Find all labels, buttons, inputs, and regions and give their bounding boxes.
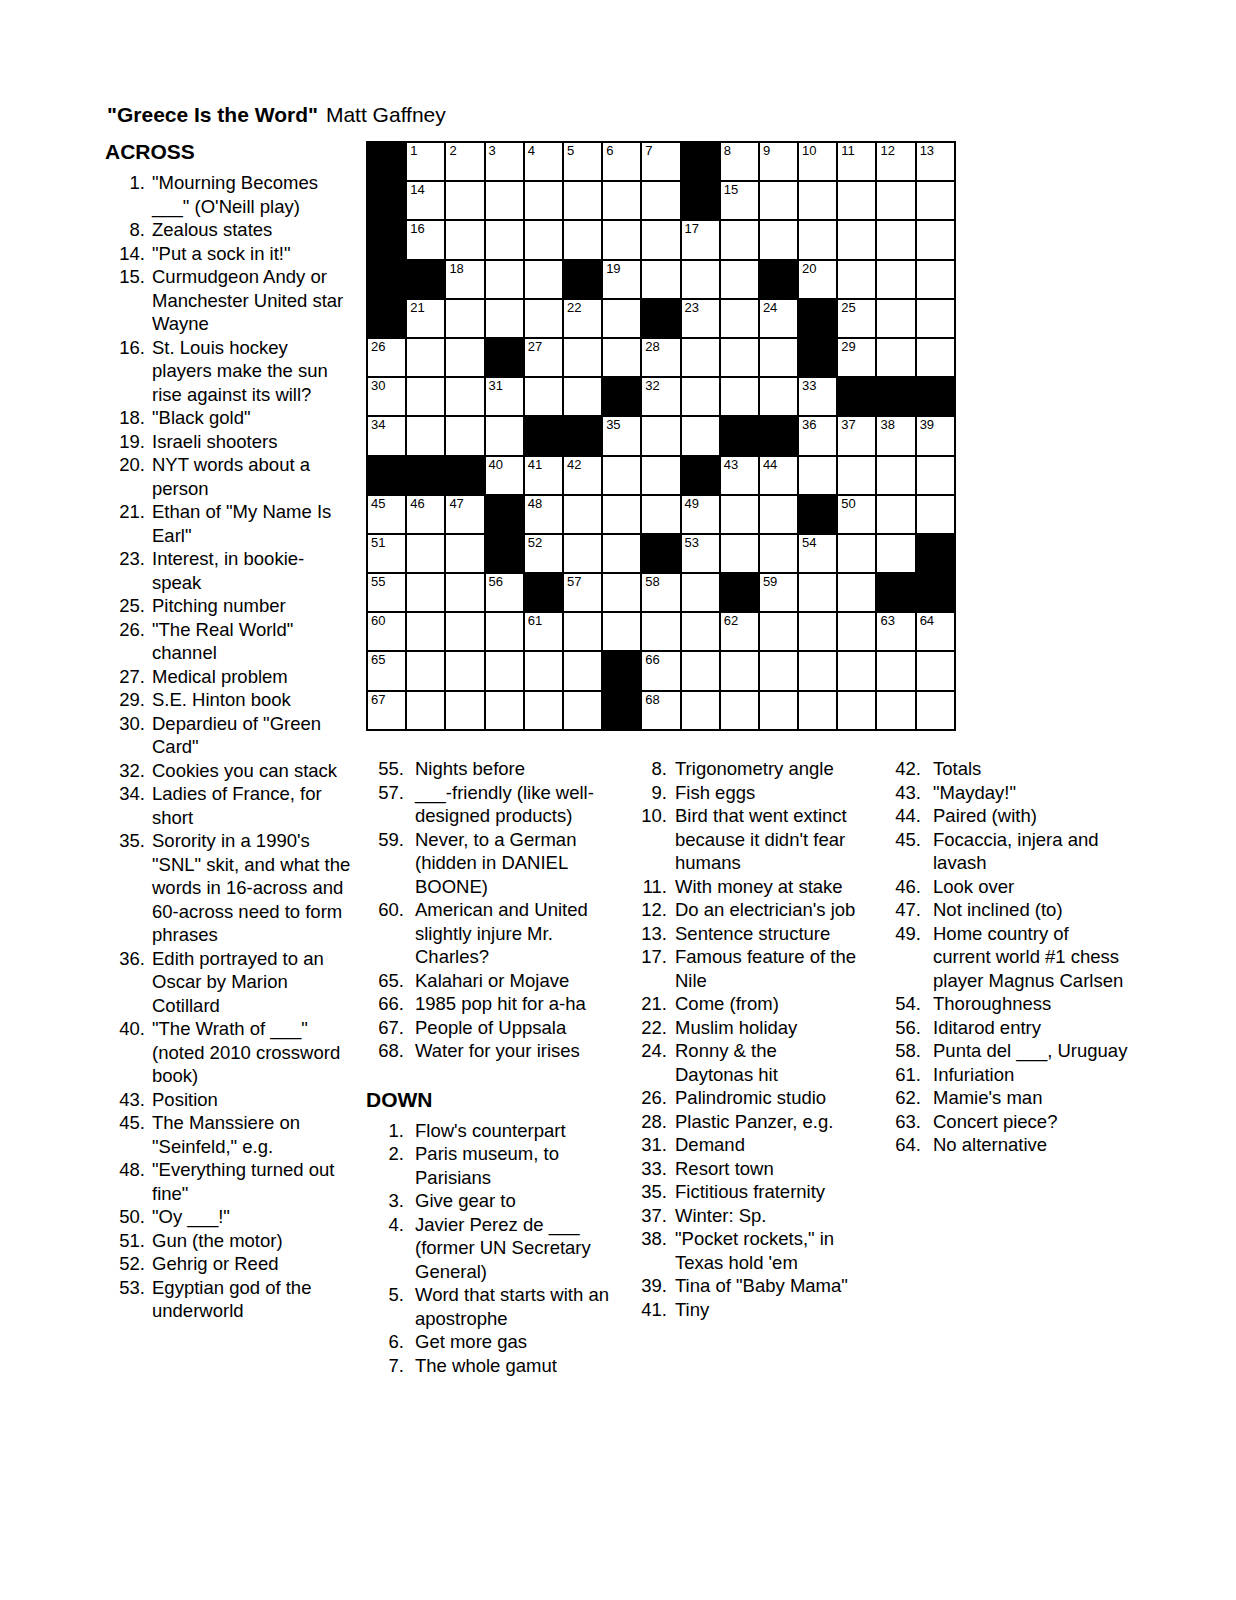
grid-cell[interactable]: [721, 535, 758, 572]
grid-cell[interactable]: [877, 261, 914, 298]
grid-cell[interactable]: [721, 261, 758, 298]
grid-cell[interactable]: 42: [564, 457, 601, 494]
grid-cell[interactable]: [917, 261, 954, 298]
grid-cell[interactable]: [603, 300, 640, 337]
clue-number: 13.: [620, 922, 675, 946]
grid-cell[interactable]: 52: [525, 535, 562, 572]
grid-cell[interactable]: [564, 613, 601, 650]
grid-cell[interactable]: [525, 652, 562, 689]
grid-cell[interactable]: [486, 261, 523, 298]
puzzle-title: "Greece Is the Word": [107, 103, 318, 126]
grid-cell[interactable]: [564, 378, 601, 415]
grid-cell[interactable]: 5: [564, 143, 601, 180]
grid-cell[interactable]: [407, 613, 444, 650]
grid-cell[interactable]: [486, 692, 523, 729]
grid-cell[interactable]: [642, 496, 679, 533]
clue-number: 17.: [620, 945, 675, 992]
grid-cell[interactable]: [917, 652, 954, 689]
grid-cell[interactable]: [525, 692, 562, 729]
cell-number: 28: [645, 340, 659, 354]
grid-cell[interactable]: [721, 496, 758, 533]
grid-cell[interactable]: 34: [368, 417, 405, 454]
grid-cell[interactable]: 13: [917, 143, 954, 180]
clue-text: Gehrig or Reed: [152, 1252, 352, 1276]
grid-cell[interactable]: [603, 339, 640, 376]
black-cell: [917, 574, 954, 611]
grid-cell[interactable]: [877, 182, 914, 219]
grid-cell[interactable]: 22: [564, 300, 601, 337]
grid-cell[interactable]: [407, 417, 444, 454]
grid-cell[interactable]: [407, 378, 444, 415]
grid-cell[interactable]: [446, 692, 483, 729]
cell-number: 54: [802, 536, 816, 550]
grid-cell[interactable]: [525, 182, 562, 219]
grid-cell[interactable]: [838, 535, 875, 572]
grid-cell[interactable]: [446, 378, 483, 415]
clue-item: 35.Sorority in a 1990's "SNL" skit, and …: [105, 829, 352, 947]
grid-cell[interactable]: 39: [917, 417, 954, 454]
clue-item: 44.Paired (with): [876, 804, 1128, 828]
cell-number: 59: [763, 575, 777, 589]
black-cell: [799, 339, 836, 376]
cell-number: 27: [528, 340, 542, 354]
grid-cell[interactable]: [760, 339, 797, 376]
grid-cell[interactable]: [407, 652, 444, 689]
grid-cell[interactable]: [799, 692, 836, 729]
grid-cell[interactable]: 44: [760, 457, 797, 494]
down-clues-col3: 8.Trigonometry angle9.Fish eggs10.Bird t…: [620, 757, 860, 1321]
grid-cell[interactable]: [407, 339, 444, 376]
grid-cell[interactable]: [917, 692, 954, 729]
clue-number: 8.: [105, 218, 152, 242]
grid-cell[interactable]: [838, 692, 875, 729]
cell-number: 63: [880, 614, 894, 628]
black-cell: [486, 496, 523, 533]
clue-text: "Put a sock in it!": [152, 242, 352, 266]
clue-text: Trigonometry angle: [675, 757, 860, 781]
clue-number: 45.: [105, 1111, 152, 1158]
grid-cell[interactable]: 46: [407, 496, 444, 533]
grid-cell[interactable]: [603, 496, 640, 533]
grid-cell[interactable]: [682, 574, 719, 611]
grid-cell[interactable]: [682, 378, 719, 415]
clue-item: 19.Israeli shooters: [105, 430, 352, 454]
grid-cell[interactable]: [446, 613, 483, 650]
grid-cell[interactable]: [838, 182, 875, 219]
grid-cell[interactable]: [486, 221, 523, 258]
black-cell: [368, 182, 405, 219]
grid-cell[interactable]: [486, 652, 523, 689]
grid-cell[interactable]: [564, 339, 601, 376]
grid-cell[interactable]: [877, 300, 914, 337]
clue-text: Look over: [933, 875, 1128, 899]
clue-item: 5.Word that starts with an apostrophe: [366, 1283, 616, 1330]
grid-cell[interactable]: 47: [446, 496, 483, 533]
grid-cell[interactable]: [564, 182, 601, 219]
grid-cell[interactable]: 36: [799, 417, 836, 454]
grid-cell[interactable]: [682, 652, 719, 689]
clue-text: Egyptian god of the underworld: [152, 1276, 352, 1323]
grid-cell[interactable]: [917, 182, 954, 219]
clue-item: 38."Pocket rockets," in Texas hold 'em: [620, 1227, 860, 1274]
cell-number: 55: [371, 575, 385, 589]
clue-item: 12.Do an electrician's job: [620, 898, 860, 922]
black-cell: [407, 261, 444, 298]
grid-cell[interactable]: [838, 613, 875, 650]
clue-item: 2.Paris museum, to Parisians: [366, 1142, 616, 1189]
cell-number: 2: [449, 144, 456, 158]
clue-item: 53.Egyptian god of the underworld: [105, 1276, 352, 1323]
clue-text: Focaccia, injera and lavash: [933, 828, 1128, 875]
clue-number: 2.: [366, 1142, 415, 1189]
cell-number: 3: [489, 144, 496, 158]
clue-number: 3.: [366, 1189, 415, 1213]
cell-number: 65: [371, 653, 385, 667]
grid-cell[interactable]: [877, 221, 914, 258]
grid-cell[interactable]: [407, 692, 444, 729]
clue-item: 13.Sentence structure: [620, 922, 860, 946]
grid-cell[interactable]: [838, 261, 875, 298]
clue-number: 30.: [105, 712, 152, 759]
grid-cell[interactable]: [525, 378, 562, 415]
grid-cell[interactable]: [760, 496, 797, 533]
grid-cell[interactable]: [682, 417, 719, 454]
grid-cell[interactable]: [682, 613, 719, 650]
cell-number: 35: [606, 418, 620, 432]
grid-cell[interactable]: 19: [603, 261, 640, 298]
cell-number: 40: [489, 458, 503, 472]
grid-cell[interactable]: 57: [564, 574, 601, 611]
grid-cell[interactable]: [721, 692, 758, 729]
cell-number: 58: [645, 575, 659, 589]
grid-cell[interactable]: 26: [368, 339, 405, 376]
puzzle-author: Matt Gaffney: [326, 103, 446, 126]
grid-cell[interactable]: 21: [407, 300, 444, 337]
clue-item: 56.Iditarod entry: [876, 1016, 1128, 1040]
grid-cell[interactable]: 17: [682, 221, 719, 258]
grid-cell[interactable]: 53: [682, 535, 719, 572]
grid-cell[interactable]: [721, 300, 758, 337]
clue-number: 44.: [876, 804, 933, 828]
grid-cell[interactable]: [877, 652, 914, 689]
grid-cell[interactable]: [564, 652, 601, 689]
grid-cell[interactable]: 54: [799, 535, 836, 572]
clue-item: 54.Thoroughness: [876, 992, 1128, 1016]
grid-cell[interactable]: 67: [368, 692, 405, 729]
grid-cell[interactable]: 61: [525, 613, 562, 650]
grid-cell[interactable]: 35: [603, 417, 640, 454]
clue-text: Javier Perez de ___ (former UN Secretary…: [415, 1213, 616, 1284]
grid-cell[interactable]: 41: [525, 457, 562, 494]
grid-cell[interactable]: 59: [760, 574, 797, 611]
grid-cell[interactable]: [603, 613, 640, 650]
clue-text: Do an electrician's job: [675, 898, 860, 922]
grid-cell[interactable]: 30: [368, 378, 405, 415]
clue-text: Curmudgeon Andy or Manchester United sta…: [152, 265, 352, 336]
black-cell: [525, 574, 562, 611]
grid-cell[interactable]: 55: [368, 574, 405, 611]
grid-cell[interactable]: 15: [721, 182, 758, 219]
grid-cell[interactable]: [877, 457, 914, 494]
clue-number: 7.: [366, 1354, 415, 1378]
grid-cell[interactable]: [603, 221, 640, 258]
clue-text: Position: [152, 1088, 352, 1112]
grid-cell[interactable]: [564, 692, 601, 729]
grid-cell[interactable]: [525, 300, 562, 337]
grid-cell[interactable]: [564, 535, 601, 572]
grid-cell[interactable]: 9: [760, 143, 797, 180]
clue-item: 1.Flow's counterpart: [366, 1119, 616, 1143]
clue-column-2: 55.Nights before57.___-friendly (like we…: [366, 757, 616, 1377]
down-clues-col4: 42.Totals43."Mayday!"44.Paired (with)45.…: [876, 757, 1128, 1157]
clue-text: Paired (with): [933, 804, 1128, 828]
grid-cell[interactable]: [721, 221, 758, 258]
grid-cell[interactable]: [760, 378, 797, 415]
grid-cell[interactable]: 68: [642, 692, 679, 729]
grid-cell[interactable]: 33: [799, 378, 836, 415]
grid-cell[interactable]: [760, 182, 797, 219]
grid-cell[interactable]: 62: [721, 613, 758, 650]
cell-number: 52: [528, 536, 542, 550]
grid-cell[interactable]: [760, 692, 797, 729]
grid-cell[interactable]: [564, 496, 601, 533]
grid-cell[interactable]: [603, 457, 640, 494]
grid-cell[interactable]: [525, 221, 562, 258]
grid-cell[interactable]: [799, 221, 836, 258]
grid-cell[interactable]: 38: [877, 417, 914, 454]
grid-cell[interactable]: [446, 417, 483, 454]
grid-cell[interactable]: [917, 300, 954, 337]
clue-text: Zealous states: [152, 218, 352, 242]
cell-number: 22: [567, 301, 581, 315]
cell-number: 11: [841, 144, 855, 158]
grid-cell[interactable]: [877, 496, 914, 533]
grid-cell[interactable]: [446, 300, 483, 337]
clue-text: Sentence structure: [675, 922, 860, 946]
puzzle-title-line: "Greece Is the Word"Matt Gaffney: [107, 103, 446, 127]
clue-text: Come (from): [675, 992, 860, 1016]
grid-cell[interactable]: 16: [407, 221, 444, 258]
grid-cell[interactable]: [603, 535, 640, 572]
grid-cell[interactable]: [407, 574, 444, 611]
grid-cell[interactable]: [838, 574, 875, 611]
grid-cell[interactable]: 43: [721, 457, 758, 494]
grid-cell[interactable]: 20: [799, 261, 836, 298]
grid-cell[interactable]: [486, 417, 523, 454]
grid-cell[interactable]: 58: [642, 574, 679, 611]
black-cell: [799, 496, 836, 533]
black-cell: [917, 378, 954, 415]
grid-cell[interactable]: 23: [682, 300, 719, 337]
grid-cell[interactable]: [721, 339, 758, 376]
grid-cell[interactable]: [486, 182, 523, 219]
clue-text: Edith portrayed to an Oscar by Marion Co…: [152, 947, 352, 1018]
grid-cell[interactable]: [682, 261, 719, 298]
clue-item: 26."The Real World" channel: [105, 618, 352, 665]
cell-number: 64: [920, 614, 934, 628]
grid-cell[interactable]: 64: [917, 613, 954, 650]
grid-cell[interactable]: 56: [486, 574, 523, 611]
grid-cell[interactable]: [525, 261, 562, 298]
cell-number: 41: [528, 458, 542, 472]
grid-cell[interactable]: 1: [407, 143, 444, 180]
grid-cell[interactable]: [799, 613, 836, 650]
clue-item: 39.Tina of "Baby Mama": [620, 1274, 860, 1298]
grid-cell[interactable]: [760, 221, 797, 258]
clue-text: Fish eggs: [675, 781, 860, 805]
clue-number: 1.: [366, 1119, 415, 1143]
clue-text: Ronny & the Daytonas hit: [675, 1039, 860, 1086]
cell-number: 8: [724, 144, 731, 158]
grid-cell[interactable]: 66: [642, 652, 679, 689]
grid-cell[interactable]: 63: [877, 613, 914, 650]
grid-cell[interactable]: 60: [368, 613, 405, 650]
grid-cell[interactable]: 10: [799, 143, 836, 180]
cell-number: 13: [920, 144, 934, 158]
grid-cell[interactable]: [446, 574, 483, 611]
clue-text: With money at stake: [675, 875, 860, 899]
grid-cell[interactable]: [917, 339, 954, 376]
grid-cell[interactable]: 14: [407, 182, 444, 219]
grid-cell[interactable]: [838, 457, 875, 494]
grid-cell[interactable]: 37: [838, 417, 875, 454]
grid-cell[interactable]: [838, 221, 875, 258]
cell-number: 29: [841, 340, 855, 354]
grid-cell[interactable]: [446, 535, 483, 572]
grid-cell[interactable]: 31: [486, 378, 523, 415]
clue-number: 40.: [105, 1017, 152, 1088]
grid-cell[interactable]: 65: [368, 652, 405, 689]
grid-cell[interactable]: 40: [486, 457, 523, 494]
grid-cell[interactable]: [838, 652, 875, 689]
crossword-page: { "game": "crossword", "title": "\"Greec…: [0, 0, 1236, 1600]
grid-cell[interactable]: [799, 652, 836, 689]
across-clues-col1: 1."Mourning Becomes ___" (O'Neill play)8…: [105, 171, 352, 1323]
grid-cell[interactable]: 51: [368, 535, 405, 572]
grid-cell[interactable]: 48: [525, 496, 562, 533]
grid-cell[interactable]: [407, 535, 444, 572]
clue-item: 24.Ronny & the Daytonas hit: [620, 1039, 860, 1086]
cell-number: 33: [802, 379, 816, 393]
cell-number: 43: [724, 458, 738, 472]
grid-cell[interactable]: 2: [446, 143, 483, 180]
grid-cell[interactable]: 28: [642, 339, 679, 376]
grid-cell[interactable]: [799, 182, 836, 219]
grid-cell[interactable]: [446, 221, 483, 258]
grid-cell[interactable]: 18: [446, 261, 483, 298]
cell-number: 17: [685, 222, 699, 236]
grid-cell[interactable]: 27: [525, 339, 562, 376]
grid-cell[interactable]: 12: [877, 143, 914, 180]
clue-number: 29.: [105, 688, 152, 712]
grid-cell[interactable]: [877, 339, 914, 376]
grid-cell[interactable]: [799, 574, 836, 611]
grid-cell[interactable]: [760, 652, 797, 689]
grid-cell[interactable]: [721, 652, 758, 689]
grid-cell[interactable]: [877, 535, 914, 572]
grid-cell[interactable]: [917, 496, 954, 533]
grid-cell[interactable]: 11: [838, 143, 875, 180]
grid-cell[interactable]: 4: [525, 143, 562, 180]
grid-cell[interactable]: [446, 652, 483, 689]
clue-number: 51.: [105, 1229, 152, 1253]
grid-cell[interactable]: [486, 613, 523, 650]
grid-cell[interactable]: [760, 535, 797, 572]
grid-cell[interactable]: [603, 574, 640, 611]
grid-cell[interactable]: [642, 182, 679, 219]
grid-cell[interactable]: 25: [838, 300, 875, 337]
grid-cell[interactable]: [799, 457, 836, 494]
clue-item: 9.Fish eggs: [620, 781, 860, 805]
grid-cell[interactable]: [760, 613, 797, 650]
grid-cell[interactable]: [564, 221, 601, 258]
clue-item: 51.Gun (the motor): [105, 1229, 352, 1253]
clue-number: 58.: [876, 1039, 933, 1063]
clue-text: "Mourning Becomes ___" (O'Neill play): [152, 171, 352, 218]
grid-cell[interactable]: 49: [682, 496, 719, 533]
grid-cell[interactable]: 45: [368, 496, 405, 533]
grid-cell[interactable]: 29: [838, 339, 875, 376]
grid-cell[interactable]: 8: [721, 143, 758, 180]
clue-number: 53.: [105, 1276, 152, 1323]
grid-cell[interactable]: [642, 457, 679, 494]
clue-text: Palindromic studio: [675, 1086, 860, 1110]
grid-cell[interactable]: [642, 221, 679, 258]
cell-number: 32: [645, 379, 659, 393]
grid-cell[interactable]: 6: [603, 143, 640, 180]
clue-number: 34.: [105, 782, 152, 829]
grid-cell[interactable]: [682, 339, 719, 376]
clue-text: Famous feature of the Nile: [675, 945, 860, 992]
grid-cell[interactable]: [446, 339, 483, 376]
clue-number: 42.: [876, 757, 933, 781]
cell-number: 1: [410, 144, 417, 158]
clue-text: NYT words about a person: [152, 453, 352, 500]
clue-text: "Black gold": [152, 406, 352, 430]
grid-cell[interactable]: [642, 417, 679, 454]
clue-item: 40."The Wrath of ___" (noted 2010 crossw…: [105, 1017, 352, 1088]
grid-cell[interactable]: [917, 457, 954, 494]
grid-cell[interactable]: 24: [760, 300, 797, 337]
grid-cell[interactable]: [682, 692, 719, 729]
black-cell: [760, 261, 797, 298]
grid-cell[interactable]: 50: [838, 496, 875, 533]
cell-number: 26: [371, 340, 385, 354]
clue-text: Tiny: [675, 1298, 860, 1322]
cell-number: 19: [606, 262, 620, 276]
grid-cell[interactable]: [917, 221, 954, 258]
clue-number: 63.: [876, 1110, 933, 1134]
grid-cell[interactable]: 32: [642, 378, 679, 415]
clue-text: Give gear to: [415, 1189, 616, 1213]
grid-cell[interactable]: [486, 300, 523, 337]
grid-cell[interactable]: [446, 182, 483, 219]
clue-item: 65.Kalahari or Mojave: [366, 969, 616, 993]
clue-text: The whole gamut: [415, 1354, 616, 1378]
grid-cell[interactable]: 7: [642, 143, 679, 180]
clue-number: 16.: [105, 336, 152, 407]
grid-cell[interactable]: [721, 378, 758, 415]
cell-number: 9: [763, 144, 770, 158]
grid-cell[interactable]: [877, 692, 914, 729]
grid-cell[interactable]: [642, 613, 679, 650]
clue-text: Kalahari or Mojave: [415, 969, 616, 993]
cell-number: 38: [880, 418, 894, 432]
black-cell: [368, 300, 405, 337]
grid-cell[interactable]: 3: [486, 143, 523, 180]
grid-cell[interactable]: [642, 261, 679, 298]
grid-cell[interactable]: [603, 182, 640, 219]
